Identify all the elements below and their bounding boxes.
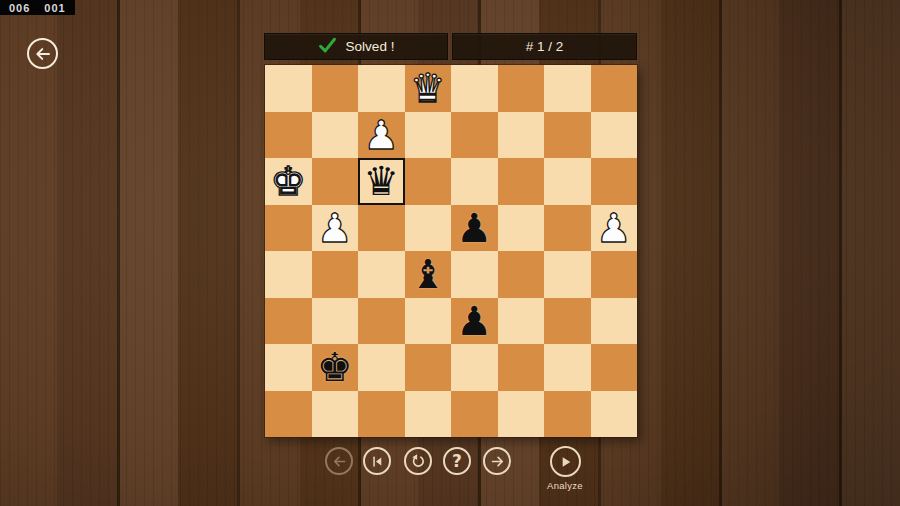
status-label: Solved ! (346, 39, 395, 54)
play-icon (557, 454, 573, 470)
square-f5[interactable] (498, 205, 545, 252)
undo-icon (410, 453, 426, 469)
square-a7[interactable] (265, 112, 312, 159)
square-c4[interactable] (358, 251, 405, 298)
retry-button[interactable] (404, 447, 432, 475)
piece-wP: ♟ (358, 112, 405, 159)
square-h6[interactable] (591, 158, 638, 205)
square-c6[interactable]: ♛ (358, 158, 405, 205)
counter-left: 006 (9, 2, 30, 14)
square-b2[interactable]: ♚ (312, 344, 359, 391)
counter-right: 001 (44, 2, 65, 14)
square-b5[interactable]: ♟ (312, 205, 359, 252)
square-h1[interactable] (591, 391, 638, 438)
hint-button[interactable]: ? (443, 447, 471, 475)
puzzle-index-label: # 1 / 2 (526, 39, 564, 54)
piece-wQ: ♛ (405, 65, 452, 112)
square-h4[interactable] (591, 251, 638, 298)
square-c5[interactable] (358, 205, 405, 252)
square-e6[interactable] (451, 158, 498, 205)
square-g8[interactable] (544, 65, 591, 112)
square-c3[interactable] (358, 298, 405, 345)
square-d1[interactable] (405, 391, 452, 438)
square-d8[interactable]: ♛ (405, 65, 452, 112)
piece-bQ: ♛ (358, 158, 405, 205)
square-a2[interactable] (265, 344, 312, 391)
arrow-left-icon (332, 454, 347, 469)
piece-wK: ♚ (265, 158, 312, 205)
square-g4[interactable] (544, 251, 591, 298)
question-mark-icon: ? (452, 451, 462, 471)
piece-wP: ♟ (591, 205, 638, 252)
next-move-button[interactable] (483, 447, 511, 475)
square-g2[interactable] (544, 344, 591, 391)
previous-move-button[interactable] (325, 447, 353, 475)
square-b8[interactable] (312, 65, 359, 112)
square-g1[interactable] (544, 391, 591, 438)
analyze-button[interactable] (550, 446, 581, 477)
square-a8[interactable] (265, 65, 312, 112)
square-f7[interactable] (498, 112, 545, 159)
square-c7[interactable]: ♟ (358, 112, 405, 159)
square-b7[interactable] (312, 112, 359, 159)
square-a1[interactable] (265, 391, 312, 438)
back-button[interactable] (27, 38, 58, 69)
square-b1[interactable] (312, 391, 359, 438)
square-f8[interactable] (498, 65, 545, 112)
piece-wP: ♟ (312, 205, 359, 252)
square-g5[interactable] (544, 205, 591, 252)
square-d4[interactable]: ♝ (405, 251, 452, 298)
move-counters: 006 001 (0, 0, 75, 15)
first-move-button[interactable] (363, 447, 391, 475)
square-h7[interactable] (591, 112, 638, 159)
piece-bK: ♚ (312, 344, 359, 391)
square-h3[interactable] (591, 298, 638, 345)
analyze-label: Analyze (535, 480, 595, 491)
square-d5[interactable] (405, 205, 452, 252)
square-f4[interactable] (498, 251, 545, 298)
square-d2[interactable] (405, 344, 452, 391)
green-checkmark-icon (318, 37, 337, 57)
square-f3[interactable] (498, 298, 545, 345)
square-g7[interactable] (544, 112, 591, 159)
square-e3[interactable]: ♟ (451, 298, 498, 345)
square-a4[interactable] (265, 251, 312, 298)
square-h8[interactable] (591, 65, 638, 112)
square-a6[interactable]: ♚ (265, 158, 312, 205)
square-c1[interactable] (358, 391, 405, 438)
square-a3[interactable] (265, 298, 312, 345)
square-d7[interactable] (405, 112, 452, 159)
piece-bP: ♟ (451, 298, 498, 345)
square-e1[interactable] (451, 391, 498, 438)
arrow-right-icon (490, 454, 505, 469)
analyze-control: Analyze (535, 446, 595, 491)
square-e7[interactable] (451, 112, 498, 159)
arrow-left-icon (34, 45, 52, 63)
square-e2[interactable] (451, 344, 498, 391)
square-b4[interactable] (312, 251, 359, 298)
square-e8[interactable] (451, 65, 498, 112)
piece-bB: ♝ (405, 251, 452, 298)
square-b3[interactable] (312, 298, 359, 345)
square-f1[interactable] (498, 391, 545, 438)
square-e4[interactable] (451, 251, 498, 298)
square-g6[interactable] (544, 158, 591, 205)
status-bar: Solved ! (264, 33, 448, 60)
square-c2[interactable] (358, 344, 405, 391)
square-c8[interactable] (358, 65, 405, 112)
square-d6[interactable] (405, 158, 452, 205)
square-f6[interactable] (498, 158, 545, 205)
puzzle-index-bar: # 1 / 2 (452, 33, 637, 60)
square-h2[interactable] (591, 344, 638, 391)
skip-to-start-icon (370, 454, 385, 469)
square-h5[interactable]: ♟ (591, 205, 638, 252)
square-d3[interactable] (405, 298, 452, 345)
chess-board[interactable]: ♛♟♚♛♟♟♟♝♟♚ (265, 65, 637, 437)
square-f2[interactable] (498, 344, 545, 391)
square-g3[interactable] (544, 298, 591, 345)
square-a5[interactable] (265, 205, 312, 252)
square-e5[interactable]: ♟ (451, 205, 498, 252)
piece-bP: ♟ (451, 205, 498, 252)
square-b6[interactable] (312, 158, 359, 205)
